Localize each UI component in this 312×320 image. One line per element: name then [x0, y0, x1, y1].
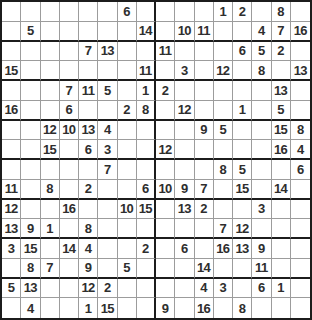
sudoku-cell[interactable] — [233, 22, 252, 42]
sudoku-cell[interactable]: 13 — [175, 200, 194, 220]
sudoku-cell[interactable]: 8 — [291, 121, 310, 141]
sudoku-cell[interactable]: 7 — [79, 42, 98, 62]
sudoku-cell[interactable]: 7 — [195, 180, 214, 200]
sudoku-cell[interactable] — [118, 22, 137, 42]
sudoku-cell[interactable] — [175, 81, 194, 101]
sudoku-cell[interactable] — [195, 61, 214, 81]
sudoku-cell[interactable] — [21, 2, 40, 22]
sudoku-cell[interactable]: 12 — [79, 279, 98, 299]
sudoku-cell[interactable] — [175, 160, 194, 180]
sudoku-cell[interactable]: 16 — [272, 140, 291, 160]
sudoku-cell[interactable] — [79, 160, 98, 180]
sudoku-cell[interactable] — [137, 298, 156, 318]
sudoku-cell[interactable] — [233, 81, 252, 101]
sudoku-cell[interactable]: 1 — [137, 81, 156, 101]
sudoku-cell[interactable] — [175, 279, 194, 299]
sudoku-cell[interactable] — [41, 81, 60, 101]
sudoku-cell[interactable] — [98, 2, 117, 22]
sudoku-cell[interactable] — [291, 298, 310, 318]
sudoku-cell[interactable]: 8 — [233, 298, 252, 318]
sudoku-cell[interactable] — [2, 42, 21, 62]
sudoku-cell[interactable] — [79, 22, 98, 42]
sudoku-cell[interactable] — [156, 219, 175, 239]
sudoku-cell[interactable] — [118, 121, 137, 141]
sudoku-cell[interactable]: 6 — [118, 2, 137, 22]
sudoku-cell[interactable] — [21, 101, 40, 121]
sudoku-cell[interactable]: 16 — [291, 22, 310, 42]
sudoku-cell[interactable]: 11 — [137, 61, 156, 81]
sudoku-cell[interactable] — [60, 61, 79, 81]
sudoku-cell[interactable]: 14 — [60, 239, 79, 259]
sudoku-cell[interactable]: 16 — [60, 200, 79, 220]
sudoku-cell[interactable] — [291, 200, 310, 220]
sudoku-cell[interactable] — [156, 279, 175, 299]
sudoku-cell[interactable] — [2, 81, 21, 101]
sudoku-cell[interactable]: 15 — [233, 180, 252, 200]
sudoku-cell[interactable] — [21, 42, 40, 62]
sudoku-cell[interactable]: 6 — [137, 180, 156, 200]
sudoku-cell[interactable]: 2 — [118, 101, 137, 121]
sudoku-cell[interactable]: 1 — [41, 219, 60, 239]
sudoku-cell[interactable]: 9 — [195, 121, 214, 141]
sudoku-cell[interactable]: 16 — [214, 239, 233, 259]
sudoku-cell[interactable]: 7 — [41, 259, 60, 279]
sudoku-cell[interactable] — [2, 121, 21, 141]
sudoku-cell[interactable] — [195, 160, 214, 180]
sudoku-cell[interactable] — [2, 298, 21, 318]
sudoku-cell[interactable] — [137, 2, 156, 22]
sudoku-cell[interactable] — [41, 200, 60, 220]
sudoku-cell[interactable]: 2 — [156, 81, 175, 101]
sudoku-cell[interactable] — [195, 219, 214, 239]
sudoku-board: 6128514101147167131165215113128137115121… — [0, 0, 312, 320]
sudoku-cell[interactable]: 3 — [252, 200, 271, 220]
sudoku-cell[interactable]: 4 — [79, 239, 98, 259]
sudoku-cell[interactable]: 11 — [252, 259, 271, 279]
sudoku-cell[interactable]: 9 — [252, 239, 271, 259]
sudoku-cell[interactable]: 12 — [156, 140, 175, 160]
sudoku-cell[interactable]: 3 — [2, 239, 21, 259]
sudoku-cell[interactable] — [98, 219, 117, 239]
sudoku-cell[interactable] — [175, 42, 194, 62]
sudoku-cell[interactable]: 5 — [214, 121, 233, 141]
sudoku-cell[interactable] — [137, 160, 156, 180]
sudoku-cell[interactable]: 16 — [195, 298, 214, 318]
sudoku-cell[interactable]: 3 — [175, 61, 194, 81]
sudoku-cell[interactable] — [118, 279, 137, 299]
sudoku-cell[interactable] — [98, 22, 117, 42]
sudoku-cell[interactable] — [233, 200, 252, 220]
sudoku-cell[interactable] — [252, 140, 271, 160]
sudoku-cell[interactable]: 5 — [252, 42, 271, 62]
sudoku-cell[interactable] — [175, 2, 194, 22]
sudoku-cell[interactable]: 11 — [156, 42, 175, 62]
sudoku-cell[interactable] — [60, 22, 79, 42]
sudoku-cell[interactable] — [252, 81, 271, 101]
sudoku-cell[interactable]: 15 — [2, 61, 21, 81]
sudoku-cell[interactable] — [98, 239, 117, 259]
sudoku-cell[interactable] — [60, 259, 79, 279]
sudoku-cell[interactable] — [41, 101, 60, 121]
sudoku-cell[interactable] — [291, 259, 310, 279]
sudoku-cell[interactable]: 2 — [137, 239, 156, 259]
sudoku-cell[interactable] — [291, 81, 310, 101]
sudoku-cell[interactable] — [21, 200, 40, 220]
sudoku-cell[interactable]: 11 — [79, 81, 98, 101]
sudoku-cell[interactable] — [41, 42, 60, 62]
sudoku-cell[interactable]: 5 — [2, 279, 21, 299]
sudoku-cell[interactable] — [156, 101, 175, 121]
sudoku-cell[interactable] — [41, 2, 60, 22]
sudoku-cell[interactable]: 4 — [98, 121, 117, 141]
sudoku-cell[interactable]: 11 — [2, 180, 21, 200]
sudoku-cell[interactable]: 9 — [175, 180, 194, 200]
sudoku-cell[interactable] — [252, 180, 271, 200]
sudoku-cell[interactable] — [60, 219, 79, 239]
sudoku-cell[interactable] — [156, 200, 175, 220]
sudoku-cell[interactable]: 9 — [21, 219, 40, 239]
sudoku-cell[interactable] — [118, 298, 137, 318]
sudoku-cell[interactable]: 2 — [233, 2, 252, 22]
sudoku-cell[interactable]: 10 — [175, 22, 194, 42]
sudoku-cell[interactable] — [272, 219, 291, 239]
sudoku-cell[interactable] — [233, 140, 252, 160]
sudoku-cell[interactable] — [118, 61, 137, 81]
sudoku-cell[interactable]: 13 — [272, 81, 291, 101]
sudoku-cell[interactable] — [214, 180, 233, 200]
sudoku-cell[interactable]: 3 — [214, 279, 233, 299]
sudoku-cell[interactable] — [21, 81, 40, 101]
sudoku-cell[interactable] — [137, 140, 156, 160]
sudoku-cell[interactable] — [233, 259, 252, 279]
sudoku-cell[interactable] — [156, 121, 175, 141]
sudoku-cell[interactable] — [21, 61, 40, 81]
sudoku-cell[interactable] — [137, 42, 156, 62]
sudoku-cell[interactable] — [118, 239, 137, 259]
sudoku-cell[interactable] — [41, 22, 60, 42]
sudoku-cell[interactable] — [214, 42, 233, 62]
sudoku-cell[interactable] — [214, 81, 233, 101]
sudoku-cell[interactable] — [156, 22, 175, 42]
sudoku-cell[interactable]: 10 — [60, 121, 79, 141]
sudoku-cell[interactable]: 1 — [214, 2, 233, 22]
sudoku-cell[interactable] — [156, 160, 175, 180]
sudoku-cell[interactable] — [291, 101, 310, 121]
sudoku-cell[interactable]: 8 — [41, 180, 60, 200]
sudoku-cell[interactable] — [175, 140, 194, 160]
sudoku-cell[interactable] — [2, 140, 21, 160]
sudoku-cell[interactable] — [21, 121, 40, 141]
sudoku-cell[interactable]: 6 — [291, 160, 310, 180]
sudoku-cell[interactable]: 4 — [195, 279, 214, 299]
sudoku-cell[interactable]: 13 — [79, 121, 98, 141]
sudoku-cell[interactable] — [195, 2, 214, 22]
sudoku-cell[interactable] — [21, 160, 40, 180]
sudoku-cell[interactable] — [272, 61, 291, 81]
sudoku-cell[interactable] — [233, 279, 252, 299]
sudoku-cell[interactable] — [21, 180, 40, 200]
sudoku-cell[interactable] — [79, 2, 98, 22]
sudoku-cell[interactable]: 13 — [98, 42, 117, 62]
sudoku-cell[interactable]: 4 — [291, 140, 310, 160]
sudoku-cell[interactable] — [214, 259, 233, 279]
sudoku-cell[interactable] — [98, 180, 117, 200]
sudoku-cell[interactable]: 2 — [272, 42, 291, 62]
sudoku-cell[interactable] — [214, 140, 233, 160]
sudoku-cell[interactable]: 1 — [79, 298, 98, 318]
sudoku-cell[interactable] — [195, 101, 214, 121]
sudoku-cell[interactable] — [118, 42, 137, 62]
sudoku-cell[interactable] — [175, 259, 194, 279]
sudoku-cell[interactable]: 14 — [137, 22, 156, 42]
sudoku-cell[interactable] — [21, 140, 40, 160]
sudoku-cell[interactable]: 6 — [60, 101, 79, 121]
sudoku-cell[interactable] — [252, 298, 271, 318]
sudoku-cell[interactable]: 4 — [252, 22, 271, 42]
sudoku-cell[interactable]: 13 — [233, 239, 252, 259]
sudoku-cell[interactable]: 12 — [2, 200, 21, 220]
sudoku-cell[interactable] — [272, 259, 291, 279]
sudoku-cell[interactable] — [252, 101, 271, 121]
sudoku-cell[interactable] — [156, 259, 175, 279]
sudoku-cell[interactable] — [2, 259, 21, 279]
sudoku-cell[interactable] — [98, 200, 117, 220]
sudoku-cell[interactable]: 8 — [21, 259, 40, 279]
sudoku-cell[interactable] — [272, 239, 291, 259]
sudoku-cell[interactable]: 15 — [137, 200, 156, 220]
sudoku-cell[interactable]: 7 — [60, 81, 79, 101]
sudoku-cell[interactable]: 13 — [291, 61, 310, 81]
sudoku-cell[interactable]: 15 — [272, 121, 291, 141]
sudoku-cell[interactable] — [252, 121, 271, 141]
sudoku-cell[interactable]: 8 — [214, 160, 233, 180]
sudoku-cell[interactable] — [98, 259, 117, 279]
sudoku-cell[interactable]: 5 — [233, 160, 252, 180]
sudoku-cell[interactable] — [118, 160, 137, 180]
sudoku-cell[interactable]: 2 — [98, 279, 117, 299]
sudoku-cell[interactable] — [272, 200, 291, 220]
sudoku-cell[interactable] — [214, 101, 233, 121]
sudoku-cell[interactable] — [175, 298, 194, 318]
sudoku-cell[interactable] — [291, 239, 310, 259]
sudoku-cell[interactable] — [118, 81, 137, 101]
sudoku-cell[interactable]: 8 — [272, 2, 291, 22]
sudoku-cell[interactable] — [214, 200, 233, 220]
sudoku-cell[interactable] — [41, 239, 60, 259]
sudoku-cell[interactable] — [195, 140, 214, 160]
sudoku-cell[interactable]: 6 — [79, 140, 98, 160]
sudoku-cell[interactable]: 3 — [98, 140, 117, 160]
sudoku-cell[interactable] — [137, 121, 156, 141]
sudoku-cell[interactable] — [60, 140, 79, 160]
sudoku-cell[interactable] — [195, 81, 214, 101]
sudoku-cell[interactable]: 14 — [272, 180, 291, 200]
sudoku-cell[interactable] — [252, 2, 271, 22]
sudoku-cell[interactable]: 1 — [272, 279, 291, 299]
sudoku-cell[interactable] — [2, 22, 21, 42]
sudoku-cell[interactable] — [291, 180, 310, 200]
sudoku-cell[interactable] — [41, 279, 60, 299]
sudoku-cell[interactable] — [137, 259, 156, 279]
sudoku-cell[interactable]: 5 — [98, 81, 117, 101]
sudoku-cell[interactable]: 9 — [79, 259, 98, 279]
sudoku-cell[interactable]: 8 — [252, 61, 271, 81]
sudoku-cell[interactable] — [214, 298, 233, 318]
sudoku-cell[interactable] — [291, 279, 310, 299]
sudoku-cell[interactable]: 15 — [98, 298, 117, 318]
sudoku-cell[interactable]: 12 — [175, 101, 194, 121]
sudoku-cell[interactable] — [291, 2, 310, 22]
sudoku-cell[interactable] — [2, 2, 21, 22]
sudoku-cell[interactable] — [79, 101, 98, 121]
sudoku-cell[interactable]: 12 — [214, 61, 233, 81]
sudoku-cell[interactable] — [137, 219, 156, 239]
sudoku-cell[interactable] — [214, 22, 233, 42]
sudoku-cell[interactable]: 12 — [233, 219, 252, 239]
sudoku-cell[interactable] — [41, 160, 60, 180]
sudoku-cell[interactable] — [60, 279, 79, 299]
sudoku-cell[interactable] — [79, 200, 98, 220]
sudoku-cell[interactable]: 10 — [156, 180, 175, 200]
sudoku-cell[interactable] — [252, 160, 271, 180]
sudoku-cell[interactable] — [156, 239, 175, 259]
sudoku-cell[interactable]: 12 — [41, 121, 60, 141]
sudoku-cell[interactable] — [2, 160, 21, 180]
sudoku-cell[interactable]: 2 — [79, 180, 98, 200]
sudoku-cell[interactable] — [79, 61, 98, 81]
sudoku-cell[interactable] — [156, 2, 175, 22]
sudoku-cell[interactable] — [98, 101, 117, 121]
sudoku-cell[interactable]: 10 — [118, 200, 137, 220]
sudoku-cell[interactable]: 7 — [272, 22, 291, 42]
sudoku-cell[interactable]: 4 — [21, 298, 40, 318]
sudoku-cell[interactable]: 5 — [118, 259, 137, 279]
sudoku-cell[interactable] — [175, 121, 194, 141]
sudoku-cell[interactable] — [98, 61, 117, 81]
sudoku-cell[interactable]: 6 — [252, 279, 271, 299]
sudoku-cell[interactable]: 15 — [41, 140, 60, 160]
sudoku-cell[interactable]: 7 — [98, 160, 117, 180]
sudoku-cell[interactable] — [60, 2, 79, 22]
sudoku-cell[interactable]: 5 — [21, 22, 40, 42]
sudoku-cell[interactable] — [291, 219, 310, 239]
sudoku-cell[interactable] — [118, 219, 137, 239]
sudoku-cell[interactable] — [175, 219, 194, 239]
sudoku-cell[interactable]: 13 — [2, 219, 21, 239]
sudoku-cell[interactable]: 6 — [175, 239, 194, 259]
sudoku-cell[interactable]: 14 — [195, 259, 214, 279]
sudoku-cell[interactable] — [272, 298, 291, 318]
sudoku-cell[interactable] — [118, 140, 137, 160]
sudoku-cell[interactable] — [156, 61, 175, 81]
sudoku-cell[interactable] — [252, 219, 271, 239]
sudoku-cell[interactable] — [137, 279, 156, 299]
sudoku-cell[interactable]: 11 — [195, 22, 214, 42]
sudoku-cell[interactable]: 9 — [156, 298, 175, 318]
sudoku-cell[interactable] — [233, 61, 252, 81]
sudoku-cell[interactable]: 6 — [233, 42, 252, 62]
sudoku-cell[interactable] — [195, 239, 214, 259]
sudoku-cell[interactable] — [60, 160, 79, 180]
sudoku-cell[interactable]: 1 — [233, 101, 252, 121]
sudoku-cell[interactable]: 8 — [79, 219, 98, 239]
sudoku-cell[interactable] — [118, 180, 137, 200]
sudoku-cell[interactable]: 5 — [272, 101, 291, 121]
sudoku-cell[interactable] — [41, 298, 60, 318]
sudoku-cell[interactable] — [41, 61, 60, 81]
sudoku-cell[interactable]: 2 — [195, 200, 214, 220]
sudoku-cell[interactable]: 15 — [21, 239, 40, 259]
sudoku-cell[interactable] — [60, 298, 79, 318]
sudoku-cell[interactable] — [195, 42, 214, 62]
sudoku-cell[interactable] — [60, 42, 79, 62]
sudoku-cell[interactable]: 13 — [21, 279, 40, 299]
sudoku-cell[interactable]: 8 — [137, 101, 156, 121]
sudoku-cell[interactable] — [60, 180, 79, 200]
sudoku-cell[interactable] — [233, 121, 252, 141]
sudoku-cell[interactable]: 16 — [2, 101, 21, 121]
sudoku-cell[interactable] — [272, 160, 291, 180]
sudoku-cell[interactable] — [291, 42, 310, 62]
sudoku-cell[interactable]: 7 — [214, 219, 233, 239]
